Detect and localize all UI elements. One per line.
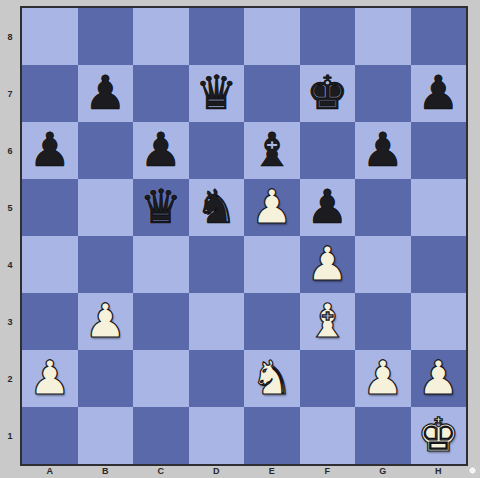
- piece-black-pawn-h7[interactable]: ♟: [417, 69, 459, 116]
- square-g3[interactable]: [355, 293, 411, 350]
- square-a2[interactable]: ♟: [22, 350, 78, 407]
- rank-label-7: 7: [0, 65, 20, 122]
- file-label-e: E: [244, 466, 300, 478]
- square-g7[interactable]: [355, 65, 411, 122]
- piece-white-knight-e2[interactable]: ♞: [251, 354, 293, 401]
- square-d7[interactable]: ♛: [189, 65, 245, 122]
- chess-board: ♟♛♚♟♟♟♝♟♛♞♟♟♟♟♝♟♞♟♟♚: [20, 6, 468, 466]
- square-d8[interactable]: [189, 8, 245, 65]
- square-d4[interactable]: [189, 236, 245, 293]
- piece-white-pawn-e5[interactable]: ♟: [251, 183, 293, 230]
- square-a1[interactable]: [22, 407, 78, 464]
- square-e1[interactable]: [244, 407, 300, 464]
- square-e5[interactable]: ♟: [244, 179, 300, 236]
- square-h8[interactable]: [411, 8, 467, 65]
- resize-handle[interactable]: [468, 466, 477, 475]
- piece-white-king-h1[interactable]: ♚: [417, 411, 459, 458]
- square-b4[interactable]: [78, 236, 134, 293]
- square-f1[interactable]: [300, 407, 356, 464]
- square-g8[interactable]: [355, 8, 411, 65]
- square-c8[interactable]: [133, 8, 189, 65]
- square-b2[interactable]: [78, 350, 134, 407]
- square-d1[interactable]: [189, 407, 245, 464]
- square-f4[interactable]: ♟: [300, 236, 356, 293]
- piece-white-pawn-f4[interactable]: ♟: [306, 240, 348, 287]
- square-h5[interactable]: [411, 179, 467, 236]
- piece-white-pawn-g2[interactable]: ♟: [362, 354, 404, 401]
- square-e6[interactable]: ♝: [244, 122, 300, 179]
- square-d5[interactable]: ♞: [189, 179, 245, 236]
- square-f8[interactable]: [300, 8, 356, 65]
- square-e2[interactable]: ♞: [244, 350, 300, 407]
- square-e8[interactable]: [244, 8, 300, 65]
- file-labels: ABCDEFGH: [22, 466, 466, 478]
- piece-black-bishop-e6[interactable]: ♝: [251, 126, 293, 173]
- square-c7[interactable]: [133, 65, 189, 122]
- file-label-b: B: [78, 466, 134, 478]
- piece-white-pawn-a2[interactable]: ♟: [29, 354, 71, 401]
- square-b5[interactable]: [78, 179, 134, 236]
- file-label-d: D: [189, 466, 245, 478]
- piece-black-queen-d7[interactable]: ♛: [195, 69, 237, 116]
- square-g6[interactable]: ♟: [355, 122, 411, 179]
- rank-labels: 87654321: [0, 8, 20, 464]
- square-f2[interactable]: [300, 350, 356, 407]
- square-h1[interactable]: ♚: [411, 407, 467, 464]
- rank-label-2: 2: [0, 350, 20, 407]
- square-d2[interactable]: [189, 350, 245, 407]
- piece-black-pawn-c6[interactable]: ♟: [140, 126, 182, 173]
- square-d6[interactable]: [189, 122, 245, 179]
- square-a4[interactable]: [22, 236, 78, 293]
- square-b8[interactable]: [78, 8, 134, 65]
- square-a6[interactable]: ♟: [22, 122, 78, 179]
- piece-white-pawn-h2[interactable]: ♟: [417, 354, 459, 401]
- square-h6[interactable]: [411, 122, 467, 179]
- piece-white-pawn-b3[interactable]: ♟: [84, 297, 126, 344]
- square-e7[interactable]: [244, 65, 300, 122]
- square-c4[interactable]: [133, 236, 189, 293]
- square-g2[interactable]: ♟: [355, 350, 411, 407]
- square-c3[interactable]: [133, 293, 189, 350]
- piece-black-pawn-a6[interactable]: ♟: [29, 126, 71, 173]
- piece-black-pawn-g6[interactable]: ♟: [362, 126, 404, 173]
- piece-black-queen-c5[interactable]: ♛: [140, 183, 182, 230]
- square-c6[interactable]: ♟: [133, 122, 189, 179]
- square-b7[interactable]: ♟: [78, 65, 134, 122]
- square-h3[interactable]: [411, 293, 467, 350]
- square-a7[interactable]: [22, 65, 78, 122]
- square-c5[interactable]: ♛: [133, 179, 189, 236]
- square-h2[interactable]: ♟: [411, 350, 467, 407]
- file-label-a: A: [22, 466, 78, 478]
- rank-label-4: 4: [0, 236, 20, 293]
- square-a5[interactable]: [22, 179, 78, 236]
- file-label-g: G: [355, 466, 411, 478]
- file-label-h: H: [411, 466, 467, 478]
- rank-label-8: 8: [0, 8, 20, 65]
- piece-black-pawn-f5[interactable]: ♟: [306, 183, 348, 230]
- square-f6[interactable]: [300, 122, 356, 179]
- square-h7[interactable]: ♟: [411, 65, 467, 122]
- rank-label-5: 5: [0, 179, 20, 236]
- file-label-c: C: [133, 466, 189, 478]
- square-g5[interactable]: [355, 179, 411, 236]
- square-c1[interactable]: [133, 407, 189, 464]
- square-g4[interactable]: [355, 236, 411, 293]
- square-d3[interactable]: [189, 293, 245, 350]
- piece-white-bishop-f3[interactable]: ♝: [306, 297, 348, 344]
- square-b6[interactable]: [78, 122, 134, 179]
- square-a8[interactable]: [22, 8, 78, 65]
- square-g1[interactable]: [355, 407, 411, 464]
- square-e4[interactable]: [244, 236, 300, 293]
- square-b1[interactable]: [78, 407, 134, 464]
- rank-label-1: 1: [0, 407, 20, 464]
- square-f5[interactable]: ♟: [300, 179, 356, 236]
- piece-black-king-f7[interactable]: ♚: [306, 69, 348, 116]
- square-h4[interactable]: [411, 236, 467, 293]
- piece-black-pawn-b7[interactable]: ♟: [84, 69, 126, 116]
- square-e3[interactable]: [244, 293, 300, 350]
- piece-black-knight-d5[interactable]: ♞: [195, 183, 237, 230]
- square-c2[interactable]: [133, 350, 189, 407]
- rank-label-3: 3: [0, 293, 20, 350]
- rank-label-6: 6: [0, 122, 20, 179]
- square-a3[interactable]: [22, 293, 78, 350]
- square-f7[interactable]: ♚: [300, 65, 356, 122]
- square-b3[interactable]: ♟: [78, 293, 134, 350]
- square-f3[interactable]: ♝: [300, 293, 356, 350]
- file-label-f: F: [300, 466, 356, 478]
